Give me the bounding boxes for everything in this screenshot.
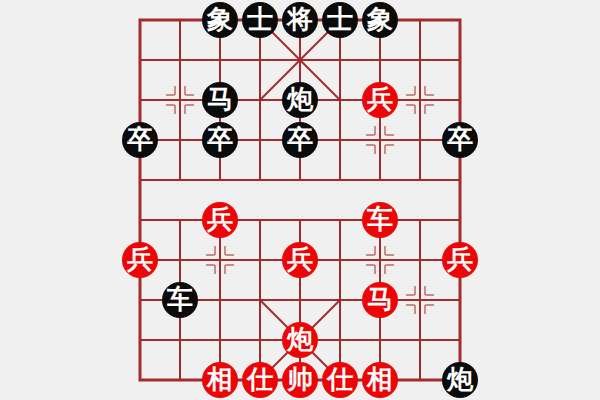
- piece-disc: 象: [362, 2, 398, 38]
- piece-black-soldier[interactable]: 卒: [200, 120, 240, 160]
- piece-glyph: 仕: [327, 366, 353, 392]
- xiangqi-board: 象士将士象马炮兵卒卒卒卒兵车兵兵兵车马炮相仕帅仕相炮: [0, 0, 600, 400]
- piece-glyph: 兵: [447, 246, 473, 272]
- piece-glyph: 卒: [447, 126, 473, 152]
- piece-red-soldier[interactable]: 兵: [120, 240, 160, 280]
- piece-glyph: 象: [367, 6, 393, 32]
- piece-black-horse[interactable]: 马: [200, 80, 240, 120]
- piece-glyph: 卒: [207, 126, 233, 152]
- piece-glyph: 士: [327, 6, 353, 32]
- piece-disc: 卒: [282, 122, 318, 158]
- piece-black-soldier[interactable]: 卒: [280, 120, 320, 160]
- piece-glyph: 马: [207, 86, 233, 112]
- piece-disc: 相: [202, 362, 238, 398]
- piece-red-elephant[interactable]: 相: [360, 360, 400, 400]
- piece-glyph: 仕: [247, 366, 273, 392]
- piece-glyph: 将: [287, 6, 313, 32]
- piece-glyph: 兵: [367, 86, 393, 112]
- piece-glyph: 炮: [287, 326, 313, 352]
- piece-glyph: 相: [207, 366, 233, 392]
- piece-black-soldier[interactable]: 卒: [440, 120, 480, 160]
- piece-black-soldier[interactable]: 卒: [120, 120, 160, 160]
- piece-red-advisor[interactable]: 仕: [240, 360, 280, 400]
- piece-red-cannon[interactable]: 炮: [280, 320, 320, 360]
- piece-disc: 士: [242, 2, 278, 38]
- piece-black-chariot[interactable]: 车: [160, 280, 200, 320]
- piece-disc: 仕: [242, 362, 278, 398]
- piece-grid: 象士将士象马炮兵卒卒卒卒兵车兵兵兵车马炮相仕帅仕相炮: [120, 0, 480, 400]
- piece-red-soldier[interactable]: 兵: [440, 240, 480, 280]
- piece-red-soldier[interactable]: 兵: [200, 200, 240, 240]
- piece-glyph: 士: [247, 6, 273, 32]
- piece-disc: 将: [282, 2, 318, 38]
- piece-red-horse[interactable]: 马: [360, 280, 400, 320]
- piece-glyph: 炮: [287, 86, 313, 112]
- piece-red-soldier[interactable]: 兵: [280, 240, 320, 280]
- piece-glyph: 卒: [287, 126, 313, 152]
- piece-disc: 马: [362, 282, 398, 318]
- piece-red-soldier[interactable]: 兵: [360, 80, 400, 120]
- piece-disc: 车: [162, 282, 198, 318]
- piece-disc: 卒: [442, 122, 478, 158]
- piece-disc: 卒: [202, 122, 238, 158]
- piece-glyph: 相: [367, 366, 393, 392]
- piece-black-cannon[interactable]: 炮: [280, 80, 320, 120]
- piece-disc: 兵: [122, 242, 158, 278]
- piece-disc: 炮: [442, 362, 478, 398]
- piece-disc: 炮: [282, 322, 318, 358]
- piece-disc: 相: [362, 362, 398, 398]
- piece-black-elephant[interactable]: 象: [360, 0, 400, 40]
- piece-black-cannon[interactable]: 炮: [440, 360, 480, 400]
- piece-red-advisor[interactable]: 仕: [320, 360, 360, 400]
- piece-disc: 象: [202, 2, 238, 38]
- piece-glyph: 象: [207, 6, 233, 32]
- piece-disc: 车: [362, 202, 398, 238]
- piece-glyph: 兵: [207, 206, 233, 232]
- piece-glyph: 兵: [287, 246, 313, 272]
- piece-black-general[interactable]: 将: [280, 0, 320, 40]
- piece-black-advisor[interactable]: 士: [320, 0, 360, 40]
- piece-disc: 兵: [442, 242, 478, 278]
- piece-glyph: 兵: [127, 246, 153, 272]
- piece-red-elephant[interactable]: 相: [200, 360, 240, 400]
- piece-disc: 马: [202, 82, 238, 118]
- piece-disc: 兵: [362, 82, 398, 118]
- piece-disc: 帅: [282, 362, 318, 398]
- piece-red-general[interactable]: 帅: [280, 360, 320, 400]
- piece-disc: 兵: [202, 202, 238, 238]
- piece-glyph: 卒: [127, 126, 153, 152]
- piece-glyph: 车: [367, 206, 393, 232]
- piece-disc: 士: [322, 2, 358, 38]
- piece-glyph: 车: [167, 286, 193, 312]
- piece-glyph: 马: [367, 286, 393, 312]
- piece-glyph: 帅: [287, 366, 313, 392]
- piece-disc: 卒: [122, 122, 158, 158]
- piece-black-advisor[interactable]: 士: [240, 0, 280, 40]
- piece-disc: 兵: [282, 242, 318, 278]
- piece-disc: 仕: [322, 362, 358, 398]
- piece-red-chariot[interactable]: 车: [360, 200, 400, 240]
- piece-disc: 炮: [282, 82, 318, 118]
- piece-glyph: 炮: [447, 366, 473, 392]
- piece-black-elephant[interactable]: 象: [200, 0, 240, 40]
